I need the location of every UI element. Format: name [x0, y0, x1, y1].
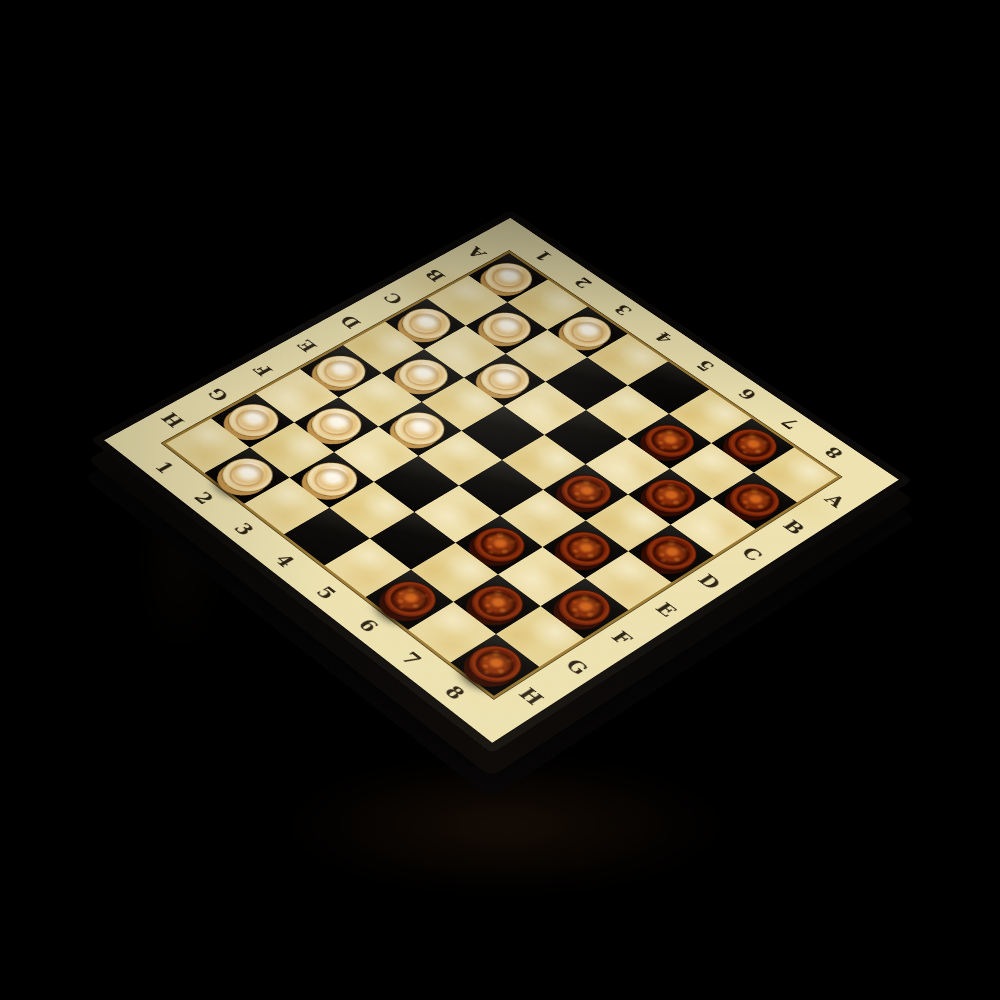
- photo-background: 12345678 ABCDEFGH 12345678 ABCDEFGH: [0, 0, 1000, 1000]
- checkers-board: 12345678 ABCDEFGH 12345678 ABCDEFGH: [90, 210, 912, 753]
- scene: 12345678 ABCDEFGH 12345678 ABCDEFGH: [0, 0, 1000, 974]
- border-band: 12345678 ABCDEFGH 12345678 ABCDEFGH: [104, 218, 899, 743]
- camera-tilt-wrapper: 12345678 ABCDEFGH 12345678 ABCDEFGH: [0, 0, 1000, 974]
